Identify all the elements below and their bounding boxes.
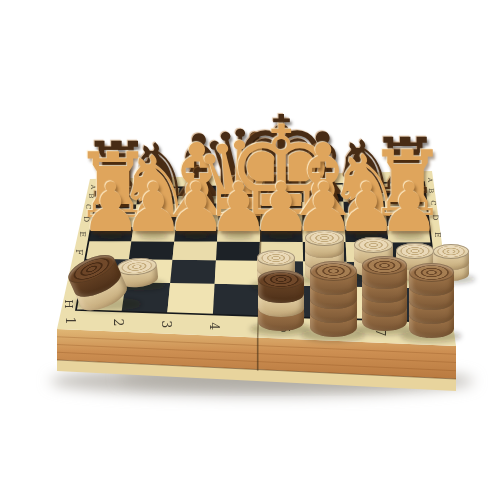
chess-set-product-photo: Wooden folding chess board with lacquere… (0, 0, 500, 500)
checker-brown (362, 256, 407, 289)
checker-darkbrown (258, 270, 304, 303)
chess-piece-light-pawn: ♟ (379, 174, 440, 242)
checker-brown (409, 263, 454, 296)
checker-light (305, 230, 344, 258)
pieces-layer: ♜♞♝♛♚♝♞♜♟♟♟♟♟♟♟♟♜♞♝♛♚♝♞♜♟♟♟♟♟♟♟♟ (0, 0, 500, 500)
checker-brown (310, 261, 357, 295)
